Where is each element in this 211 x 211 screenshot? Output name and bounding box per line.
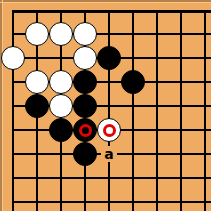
intersection-c4-r5[interactable] xyxy=(97,118,121,142)
intersection-c0-r2[interactable] xyxy=(1,46,25,70)
intersection-c1-r7[interactable] xyxy=(25,166,49,190)
red-circle-marker xyxy=(103,124,116,137)
intersection-c0-r6[interactable] xyxy=(1,142,25,166)
black-stone xyxy=(73,70,97,94)
intersection-c2-r6[interactable] xyxy=(49,142,73,166)
intersection-c7-r2[interactable] xyxy=(169,46,193,70)
white-stone xyxy=(49,94,73,118)
intersection-c0-r3[interactable] xyxy=(1,70,25,94)
intersection-c3-r4[interactable] xyxy=(73,94,97,118)
intersection-c0-r0[interactable] xyxy=(1,0,25,22)
intersection-c0-r8[interactable] xyxy=(1,190,25,211)
intersection-c1-r0[interactable] xyxy=(25,0,49,22)
black-stone xyxy=(97,46,121,70)
intersection-c1-r2[interactable] xyxy=(25,46,49,70)
intersection-c8-r6[interactable] xyxy=(193,142,211,166)
intersection-c1-r8[interactable] xyxy=(25,190,49,211)
intersection-c2-r8[interactable] xyxy=(49,190,73,211)
intersection-c3-r3[interactable] xyxy=(73,70,97,94)
intersection-c7-r5[interactable] xyxy=(169,118,193,142)
intersection-c1-r3[interactable] xyxy=(25,70,49,94)
intersection-c7-r0[interactable] xyxy=(169,0,193,22)
intersection-c8-r3[interactable] xyxy=(193,70,211,94)
white-stone xyxy=(25,70,49,94)
intersection-c6-r3[interactable] xyxy=(145,70,169,94)
intersection-c3-r7[interactable] xyxy=(73,166,97,190)
intersection-c6-r4[interactable] xyxy=(145,94,169,118)
intersection-c3-r5[interactable] xyxy=(73,118,97,142)
red-circle-marker xyxy=(79,124,92,137)
intersection-c4-r8[interactable] xyxy=(97,190,121,211)
intersection-c8-r7[interactable] xyxy=(193,166,211,190)
intersection-c5-r5[interactable] xyxy=(121,118,145,142)
intersection-c2-r2[interactable] xyxy=(49,46,73,70)
intersection-c3-r2[interactable] xyxy=(73,46,97,70)
white-stone xyxy=(73,46,97,70)
intersection-c6-r6[interactable] xyxy=(145,142,169,166)
intersection-c6-r8[interactable] xyxy=(145,190,169,211)
white-stone xyxy=(25,22,49,46)
black-stone xyxy=(73,118,97,142)
intersection-c4-r0[interactable] xyxy=(97,0,121,22)
black-stone xyxy=(121,70,145,94)
intersection-c5-r6[interactable] xyxy=(121,142,145,166)
point-label-a[interactable]: a xyxy=(101,146,117,162)
intersection-c7-r1[interactable] xyxy=(169,22,193,46)
intersection-c8-r0[interactable] xyxy=(193,0,211,22)
intersection-c8-r8[interactable] xyxy=(193,190,211,211)
intersection-c5-r0[interactable] xyxy=(121,0,145,22)
intersection-c1-r6[interactable] xyxy=(25,142,49,166)
intersection-c2-r1[interactable] xyxy=(49,22,73,46)
intersection-c6-r1[interactable] xyxy=(145,22,169,46)
intersection-c5-r1[interactable] xyxy=(121,22,145,46)
intersection-c4-r3[interactable] xyxy=(97,70,121,94)
intersection-c0-r4[interactable] xyxy=(1,94,25,118)
go-board: a xyxy=(0,0,211,211)
black-stone xyxy=(73,94,97,118)
intersection-c3-r8[interactable] xyxy=(73,190,97,211)
intersection-c8-r5[interactable] xyxy=(193,118,211,142)
intersection-c4-r2[interactable] xyxy=(97,46,121,70)
intersection-c8-r2[interactable] xyxy=(193,46,211,70)
intersection-c4-r6[interactable]: a xyxy=(97,142,121,166)
intersection-c1-r5[interactable] xyxy=(25,118,49,142)
white-stone xyxy=(49,70,73,94)
intersection-c7-r8[interactable] xyxy=(169,190,193,211)
intersection-c7-r4[interactable] xyxy=(169,94,193,118)
intersection-c4-r7[interactable] xyxy=(97,166,121,190)
black-stone xyxy=(25,94,49,118)
intersection-c3-r0[interactable] xyxy=(73,0,97,22)
intersection-c6-r2[interactable] xyxy=(145,46,169,70)
white-stone xyxy=(49,22,73,46)
intersection-c2-r7[interactable] xyxy=(49,166,73,190)
intersection-c7-r3[interactable] xyxy=(169,70,193,94)
intersection-c4-r4[interactable] xyxy=(97,94,121,118)
intersection-c5-r8[interactable] xyxy=(121,190,145,211)
intersection-c6-r7[interactable] xyxy=(145,166,169,190)
intersection-c6-r5[interactable] xyxy=(145,118,169,142)
intersection-c0-r5[interactable] xyxy=(1,118,25,142)
intersection-c5-r4[interactable] xyxy=(121,94,145,118)
go-grid: a xyxy=(1,0,211,211)
white-stone xyxy=(73,22,97,46)
intersection-c0-r7[interactable] xyxy=(1,166,25,190)
black-stone xyxy=(73,142,97,166)
intersection-c2-r0[interactable] xyxy=(49,0,73,22)
black-stone xyxy=(49,118,73,142)
intersection-c2-r5[interactable] xyxy=(49,118,73,142)
intersection-c5-r7[interactable] xyxy=(121,166,145,190)
intersection-c8-r4[interactable] xyxy=(193,94,211,118)
intersection-c0-r1[interactable] xyxy=(1,22,25,46)
intersection-c4-r1[interactable] xyxy=(97,22,121,46)
intersection-c5-r2[interactable] xyxy=(121,46,145,70)
intersection-c7-r7[interactable] xyxy=(169,166,193,190)
intersection-c1-r1[interactable] xyxy=(25,22,49,46)
intersection-c8-r1[interactable] xyxy=(193,22,211,46)
intersection-c7-r6[interactable] xyxy=(169,142,193,166)
intersection-c3-r6[interactable] xyxy=(73,142,97,166)
intersection-c6-r0[interactable] xyxy=(145,0,169,22)
intersection-c3-r1[interactable] xyxy=(73,22,97,46)
white-stone xyxy=(1,46,25,70)
intersection-c1-r4[interactable] xyxy=(25,94,49,118)
intersection-c2-r3[interactable] xyxy=(49,70,73,94)
white-stone xyxy=(97,118,121,142)
intersection-c5-r3[interactable] xyxy=(121,70,145,94)
intersection-c2-r4[interactable] xyxy=(49,94,73,118)
